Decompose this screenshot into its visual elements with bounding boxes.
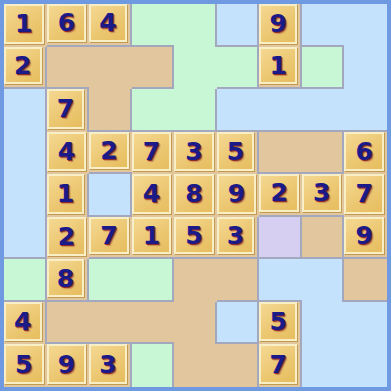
- tile-number: 7: [100, 223, 117, 248]
- number-tile-r6c4[interactable]: 1: [132, 217, 172, 255]
- cell-r4c8[interactable]: [302, 132, 345, 175]
- number-tile-r5c6[interactable]: 9: [217, 174, 257, 214]
- cell-r7c3[interactable]: [89, 259, 132, 302]
- number-tile-r9c3[interactable]: 3: [89, 344, 127, 384]
- cell-r5c2[interactable]: 1: [47, 174, 90, 217]
- cell-r7c1[interactable]: [4, 259, 47, 302]
- cell-r6c2[interactable]: 2: [47, 217, 90, 260]
- cell-r1c3[interactable]: 4: [89, 4, 132, 47]
- tile-number: 5: [185, 223, 202, 248]
- cell-r8c9[interactable]: [344, 302, 387, 345]
- number-tile-r9c7[interactable]: 7: [259, 344, 297, 384]
- cell-r9c5[interactable]: [174, 344, 217, 387]
- number-tile-r1c3[interactable]: 4: [89, 4, 127, 42]
- tile-number: 9: [269, 11, 286, 36]
- cell-r4c4[interactable]: 7: [132, 132, 175, 175]
- tile-number: 7: [356, 181, 373, 206]
- tile-number: 7: [143, 139, 160, 164]
- tile-number: 2: [270, 180, 287, 205]
- cell-r1c8[interactable]: [302, 4, 345, 47]
- cell-r4c2[interactable]: 4: [47, 132, 90, 175]
- number-tile-r9c2[interactable]: 9: [47, 344, 87, 384]
- cell-r3c1[interactable]: [4, 89, 47, 132]
- cell-r6c5[interactable]: 5: [174, 217, 217, 260]
- cell-r9c9[interactable]: [344, 344, 387, 387]
- tile-number: 1: [57, 181, 74, 206]
- cell-r9c3[interactable]: 3: [89, 344, 132, 387]
- number-tile-r4c9[interactable]: 6: [344, 132, 384, 172]
- cell-r8c1[interactable]: 4: [4, 302, 47, 345]
- cell-r7c5[interactable]: [174, 259, 217, 302]
- cell-r9c1[interactable]: 5: [4, 344, 47, 387]
- cell-r2c4[interactable]: [132, 47, 175, 90]
- number-tile-r6c9[interactable]: 9: [344, 217, 384, 255]
- number-tile-r4c5[interactable]: 3: [174, 132, 214, 172]
- cell-r8c4[interactable]: [132, 302, 175, 345]
- cell-r1c1[interactable]: 1: [4, 4, 47, 47]
- tile-number: 5: [227, 139, 244, 164]
- cell-r4c6[interactable]: 5: [217, 132, 260, 175]
- tile-number: 2: [100, 138, 117, 163]
- number-tile-r2c7[interactable]: 1: [259, 47, 297, 85]
- number-tile-r7c2[interactable]: 8: [47, 259, 85, 297]
- cell-r5c3[interactable]: [89, 174, 132, 217]
- number-tile-r2c1[interactable]: 2: [4, 47, 42, 85]
- cell-r9c4[interactable]: [132, 344, 175, 387]
- cell-r8c7[interactable]: 5: [259, 302, 302, 345]
- tile-number: 3: [313, 180, 330, 205]
- tile-number: 8: [57, 266, 74, 291]
- cell-r3c6[interactable]: [217, 89, 260, 132]
- tile-number: 1: [15, 11, 32, 36]
- number-tile-r5c9[interactable]: 7: [344, 174, 384, 214]
- number-tile-r8c1[interactable]: 4: [4, 302, 42, 342]
- number-tile-r5c5[interactable]: 8: [174, 174, 214, 214]
- number-tile-r8c7[interactable]: 5: [259, 302, 297, 342]
- tile-number: 6: [58, 10, 75, 35]
- tile-number: 9: [228, 181, 245, 206]
- cell-r5c7[interactable]: 2: [259, 174, 302, 217]
- cell-r9c6[interactable]: [217, 344, 260, 387]
- cell-r1c5[interactable]: [174, 4, 217, 47]
- cell-r5c1[interactable]: [4, 174, 47, 217]
- cell-r2c7[interactable]: 1: [259, 47, 302, 90]
- cell-r4c5[interactable]: 3: [174, 132, 217, 175]
- cell-r7c9[interactable]: [344, 259, 387, 302]
- number-tile-r4c2[interactable]: 4: [47, 132, 87, 172]
- number-tile-r6c5[interactable]: 5: [174, 217, 214, 255]
- number-tile-r4c3[interactable]: 2: [89, 132, 129, 170]
- cell-r8c5[interactable]: [174, 302, 217, 345]
- tile-number: 2: [58, 224, 75, 249]
- cell-r2c2[interactable]: [47, 47, 90, 90]
- cell-r4c1[interactable]: [4, 132, 47, 175]
- tile-number: 7: [269, 352, 286, 377]
- cell-r7c2[interactable]: 8: [47, 259, 90, 302]
- cell-r1c9[interactable]: [344, 4, 387, 47]
- cell-r2c5[interactable]: [174, 47, 217, 90]
- cell-r2c9[interactable]: [344, 47, 387, 90]
- number-tile-r5c7[interactable]: 2: [259, 174, 299, 212]
- tile-number: 7: [57, 96, 74, 121]
- cell-r2c3[interactable]: [89, 47, 132, 90]
- cell-r1c7[interactable]: 9: [259, 4, 302, 47]
- cell-r2c8[interactable]: [302, 47, 345, 90]
- tile-number: 4: [58, 139, 75, 164]
- cell-r5c8[interactable]: 3: [302, 174, 345, 217]
- cell-r4c7[interactable]: [259, 132, 302, 175]
- cell-r5c6[interactable]: 9: [217, 174, 260, 217]
- number-tile-r4c6[interactable]: 5: [217, 132, 255, 172]
- tile-number: 2: [14, 53, 31, 78]
- cell-r7c7[interactable]: [259, 259, 302, 302]
- cell-r5c4[interactable]: 4: [132, 174, 175, 217]
- cell-r9c8[interactable]: [302, 344, 345, 387]
- cell-r7c4[interactable]: [132, 259, 175, 302]
- puzzle-board: 164921742735614892372715398455937: [0, 0, 391, 391]
- cell-r6c9[interactable]: 9: [344, 217, 387, 260]
- tile-number: 9: [356, 223, 373, 248]
- cell-r6c3[interactable]: 7: [89, 217, 132, 260]
- puzzle-grid: 164921742735614892372715398455937: [4, 4, 387, 387]
- cell-r6c4[interactable]: 1: [132, 217, 175, 260]
- tile-number: 4: [14, 309, 31, 334]
- number-tile-r4c4[interactable]: 7: [132, 132, 172, 172]
- tile-number: 5: [15, 352, 32, 377]
- number-tile-r1c2[interactable]: 6: [47, 4, 87, 42]
- number-tile-r1c1[interactable]: 1: [4, 4, 44, 44]
- cell-r6c7[interactable]: [259, 217, 302, 260]
- number-tile-r6c6[interactable]: 3: [217, 217, 255, 255]
- cell-r5c5[interactable]: 8: [174, 174, 217, 217]
- tile-number: 5: [269, 309, 286, 334]
- cell-r8c6[interactable]: [217, 302, 260, 345]
- number-tile-r5c4[interactable]: 4: [132, 174, 172, 214]
- cell-r2c6[interactable]: [217, 47, 260, 90]
- cell-r6c6[interactable]: 3: [217, 217, 260, 260]
- cell-r6c1[interactable]: [4, 217, 47, 260]
- cell-r3c4[interactable]: [132, 89, 175, 132]
- cell-r2c1[interactable]: 2: [4, 47, 47, 90]
- cell-r8c3[interactable]: [89, 302, 132, 345]
- tile-number: 1: [143, 223, 160, 248]
- cell-r8c2[interactable]: [47, 302, 90, 345]
- cell-r1c4[interactable]: [132, 4, 175, 47]
- tile-number: 4: [143, 181, 160, 206]
- tile-number: 3: [99, 352, 116, 377]
- cell-r1c2[interactable]: 6: [47, 4, 90, 47]
- tile-number: 1: [269, 53, 286, 78]
- number-tile-r9c1[interactable]: 5: [4, 344, 44, 384]
- cell-r9c2[interactable]: 9: [47, 344, 90, 387]
- number-tile-r6c3[interactable]: 7: [89, 217, 129, 255]
- number-tile-r5c8[interactable]: 3: [302, 174, 342, 212]
- number-tile-r6c2[interactable]: 2: [47, 217, 87, 257]
- cell-r3c2[interactable]: 7: [47, 89, 90, 132]
- cell-r7c6[interactable]: [217, 259, 260, 302]
- cell-r4c3[interactable]: 2: [89, 132, 132, 175]
- cell-r4c9[interactable]: 6: [344, 132, 387, 175]
- number-tile-r5c2[interactable]: 1: [47, 174, 85, 214]
- tile-number: 6: [356, 139, 373, 164]
- tile-number: 8: [185, 181, 202, 206]
- cell-r1c6[interactable]: [217, 4, 260, 47]
- number-tile-r3c2[interactable]: 7: [47, 89, 85, 129]
- cell-r7c8[interactable]: [302, 259, 345, 302]
- number-tile-r1c7[interactable]: 9: [259, 4, 297, 44]
- tile-number: 4: [99, 10, 116, 35]
- cell-r6c8[interactable]: [302, 217, 345, 260]
- cell-r9c7[interactable]: 7: [259, 344, 302, 387]
- cell-r3c7[interactable]: [259, 89, 302, 132]
- tile-number: 3: [227, 223, 244, 248]
- cell-r3c3[interactable]: [89, 89, 132, 132]
- cell-r3c9[interactable]: [344, 89, 387, 132]
- cell-r3c8[interactable]: [302, 89, 345, 132]
- cell-r8c8[interactable]: [302, 302, 345, 345]
- tile-number: 9: [58, 352, 75, 377]
- cell-r3c5[interactable]: [174, 89, 217, 132]
- tile-number: 3: [185, 139, 202, 164]
- cell-r5c9[interactable]: 7: [344, 174, 387, 217]
